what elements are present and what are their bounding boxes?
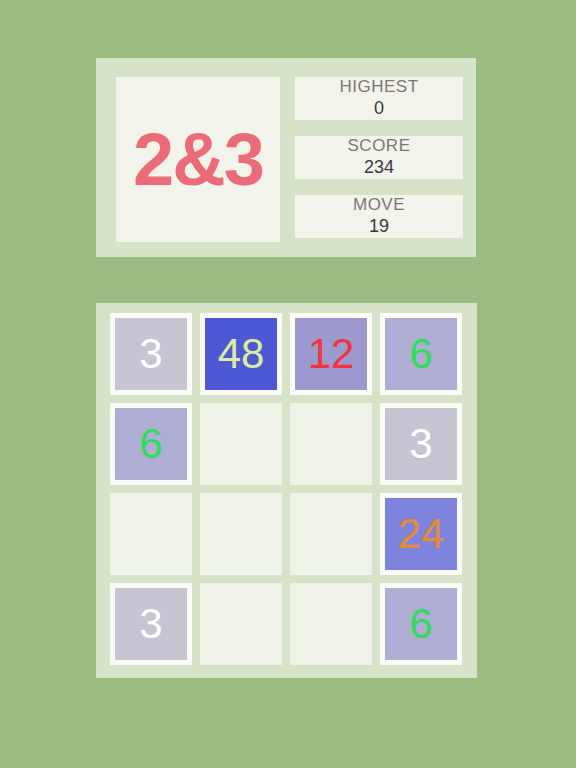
tile-6-r4c4: 6 (380, 583, 462, 665)
tile-48-r1c2: 48 (200, 313, 282, 395)
title-box: 2&3 (116, 77, 280, 242)
tile-number: 3 (385, 408, 457, 480)
empty-cell-r2c3 (290, 403, 372, 485)
board-grid[interactable]: 348126632436 (110, 313, 462, 665)
board-panel[interactable]: 348126632436 (96, 303, 477, 678)
tile-6-r2c1: 6 (110, 403, 192, 485)
tile-number: 24 (385, 498, 457, 570)
empty-cell-r4c2 (200, 583, 282, 665)
empty-cell-r3c1 (110, 493, 192, 575)
tile-number: 6 (115, 408, 187, 480)
tile-3-r1c1: 3 (110, 313, 192, 395)
tile-12-r1c3: 12 (290, 313, 372, 395)
tile-number: 48 (205, 318, 277, 390)
stat-score-label: SCORE (348, 136, 411, 157)
stat-highest-value: 0 (374, 98, 384, 120)
empty-cell-r3c2 (200, 493, 282, 575)
game-title: 2&3 (133, 123, 263, 197)
tile-number: 3 (115, 588, 187, 660)
tile-number: 6 (385, 588, 457, 660)
stat-move-label: MOVE (353, 195, 405, 216)
stat-highest-label: HIGHEST (339, 77, 418, 98)
tile-6-r1c4: 6 (380, 313, 462, 395)
stat-move-value: 19 (369, 216, 389, 238)
tile-number: 3 (115, 318, 187, 390)
tile-number: 6 (385, 318, 457, 390)
tile-3-r2c4: 3 (380, 403, 462, 485)
stat-move: MOVE 19 (295, 195, 463, 238)
stat-highest: HIGHEST 0 (295, 77, 463, 120)
header-panel: 2&3 HIGHEST 0 SCORE 234 MOVE 19 (96, 58, 476, 257)
empty-cell-r3c3 (290, 493, 372, 575)
stat-score: SCORE 234 (295, 136, 463, 179)
tile-number: 12 (295, 318, 367, 390)
empty-cell-r4c3 (290, 583, 372, 665)
tile-24-r3c4: 24 (380, 493, 462, 575)
stat-score-value: 234 (364, 157, 394, 179)
empty-cell-r2c2 (200, 403, 282, 485)
tile-3-r4c1: 3 (110, 583, 192, 665)
